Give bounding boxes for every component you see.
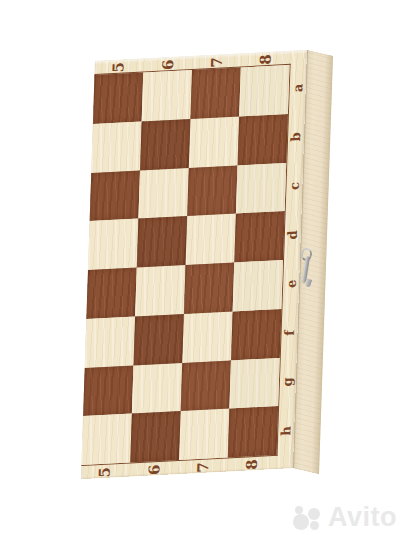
file-label-h: h xyxy=(277,406,295,456)
rank-label-bottom-7: 7 xyxy=(179,458,229,476)
board-square-e7 xyxy=(184,262,234,313)
board-square-h8 xyxy=(228,406,278,457)
board-grid xyxy=(81,64,290,466)
board-square-e5 xyxy=(86,267,136,318)
file-label-a: a xyxy=(289,63,307,113)
board-square-f5 xyxy=(85,316,135,367)
board-square-a6 xyxy=(142,70,192,121)
board-square-c7 xyxy=(187,165,237,216)
board-square-a7 xyxy=(190,67,240,118)
board-square-b7 xyxy=(189,116,239,167)
rank-label-bottom-8: 8 xyxy=(228,456,278,474)
board-square-h7 xyxy=(179,409,229,460)
board-square-b8 xyxy=(238,114,288,165)
board-square-f7 xyxy=(182,311,232,362)
board-square-e8 xyxy=(233,260,283,311)
file-label-c: c xyxy=(286,161,304,211)
board-square-c5 xyxy=(90,170,140,221)
file-label-b: b xyxy=(287,112,305,162)
board-square-d6 xyxy=(137,216,187,267)
board-square-e6 xyxy=(135,265,185,316)
board-square-f8 xyxy=(231,309,281,360)
avito-logo-icon xyxy=(293,505,323,531)
board-square-g6 xyxy=(132,362,182,413)
rank-label-bottom-5: 5 xyxy=(81,463,131,481)
board-square-g7 xyxy=(181,360,231,411)
file-label-f: f xyxy=(281,308,299,358)
board-square-b5 xyxy=(91,121,141,172)
board-square-a5 xyxy=(93,72,143,123)
product-photo: 5678 abcdefgh 5678 Avito xyxy=(0,0,405,540)
board-square-g5 xyxy=(83,365,133,416)
file-label-g: g xyxy=(279,357,297,407)
board-square-d7 xyxy=(186,214,236,265)
board-square-f6 xyxy=(133,314,183,365)
rank-label-bottom-6: 6 xyxy=(130,461,180,479)
metal-clasp-icon xyxy=(297,246,313,290)
board-square-d8 xyxy=(234,211,284,262)
board-square-c6 xyxy=(138,167,188,218)
avito-watermark: Avito xyxy=(293,504,397,531)
board-square-g8 xyxy=(229,357,279,408)
board-square-c8 xyxy=(236,162,286,213)
chess-box-face: 5678 abcdefgh 5678 xyxy=(81,50,307,479)
clasp-tip xyxy=(305,278,312,287)
board-square-h6 xyxy=(130,411,180,462)
watermark-text: Avito xyxy=(328,504,397,531)
board-square-b6 xyxy=(140,119,190,170)
board-square-a8 xyxy=(239,65,289,116)
board-square-d5 xyxy=(88,219,138,270)
board-square-h5 xyxy=(81,414,131,465)
